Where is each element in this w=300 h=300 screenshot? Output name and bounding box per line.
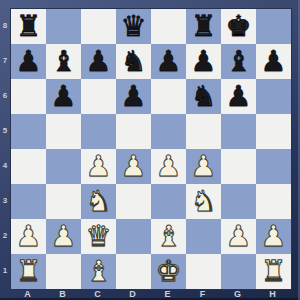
square-d6[interactable]: ♟	[116, 79, 151, 114]
file-label-c: C	[80, 287, 115, 300]
white-bishop: ♝	[156, 219, 182, 254]
square-e5[interactable]	[151, 114, 186, 149]
square-c7[interactable]: ♟	[81, 44, 116, 79]
white-pawn: ♟	[156, 149, 182, 184]
square-h3[interactable]	[256, 184, 291, 219]
square-c6[interactable]	[81, 79, 116, 114]
white-pawn: ♟	[86, 149, 112, 184]
black-knight: ♞	[121, 44, 147, 79]
white-pawn: ♟	[226, 219, 252, 254]
square-f8[interactable]: ♜	[186, 9, 221, 44]
square-c8[interactable]	[81, 9, 116, 44]
square-d2[interactable]	[116, 219, 151, 254]
square-d5[interactable]	[116, 114, 151, 149]
rank-labels: 87654321	[0, 8, 10, 288]
square-a4[interactable]	[11, 149, 46, 184]
square-a6[interactable]	[11, 79, 46, 114]
square-h7[interactable]: ♟	[256, 44, 291, 79]
white-knight: ♞	[86, 184, 112, 219]
square-f6[interactable]: ♞	[186, 79, 221, 114]
square-c4[interactable]: ♟	[81, 149, 116, 184]
black-king: ♚	[226, 9, 252, 44]
square-f2[interactable]	[186, 219, 221, 254]
rank-label-7: 7	[0, 43, 10, 78]
square-c3[interactable]: ♞	[81, 184, 116, 219]
chess-board[interactable]: ♜♛♜♚♟♝♟♞♟♟♝♟♟♟♞♟♟♟♟♟♞♞♟♟♛♝♟♟♜♝♚♜	[10, 8, 292, 290]
square-h8[interactable]	[256, 9, 291, 44]
square-h4[interactable]	[256, 149, 291, 184]
square-a3[interactable]	[11, 184, 46, 219]
rank-label-4: 4	[0, 148, 10, 183]
square-g1[interactable]	[221, 254, 256, 289]
rank-label-3: 3	[0, 183, 10, 218]
white-pawn: ♟	[16, 219, 42, 254]
square-e1[interactable]: ♚	[151, 254, 186, 289]
file-label-a: A	[10, 287, 45, 300]
square-d8[interactable]: ♛	[116, 9, 151, 44]
black-pawn: ♟	[121, 79, 147, 114]
square-d1[interactable]	[116, 254, 151, 289]
white-pawn: ♟	[121, 149, 147, 184]
square-b6[interactable]: ♟	[46, 79, 81, 114]
square-f3[interactable]: ♞	[186, 184, 221, 219]
square-e2[interactable]: ♝	[151, 219, 186, 254]
rank-label-2: 2	[0, 218, 10, 253]
file-label-f: F	[185, 287, 220, 300]
black-pawn: ♟	[226, 79, 252, 114]
square-c5[interactable]	[81, 114, 116, 149]
white-rook: ♜	[16, 254, 42, 289]
rank-label-5: 5	[0, 113, 10, 148]
square-g7[interactable]: ♝	[221, 44, 256, 79]
square-h6[interactable]	[256, 79, 291, 114]
white-king: ♚	[156, 254, 182, 289]
file-label-e: E	[150, 287, 185, 300]
square-g3[interactable]	[221, 184, 256, 219]
square-f4[interactable]: ♟	[186, 149, 221, 184]
square-d4[interactable]: ♟	[116, 149, 151, 184]
square-f5[interactable]	[186, 114, 221, 149]
black-queen: ♛	[121, 9, 147, 44]
square-e8[interactable]	[151, 9, 186, 44]
square-e3[interactable]	[151, 184, 186, 219]
square-b1[interactable]	[46, 254, 81, 289]
white-pawn: ♟	[261, 219, 287, 254]
rank-label-8: 8	[0, 8, 10, 43]
square-e7[interactable]: ♟	[151, 44, 186, 79]
square-a1[interactable]: ♜	[11, 254, 46, 289]
square-b7[interactable]: ♝	[46, 44, 81, 79]
white-bishop: ♝	[86, 254, 112, 289]
black-pawn: ♟	[261, 44, 287, 79]
square-h5[interactable]	[256, 114, 291, 149]
black-rook: ♜	[191, 9, 217, 44]
white-pawn: ♟	[191, 149, 217, 184]
black-rook: ♜	[16, 9, 42, 44]
square-a7[interactable]: ♟	[11, 44, 46, 79]
square-b4[interactable]	[46, 149, 81, 184]
square-f1[interactable]	[186, 254, 221, 289]
square-d3[interactable]	[116, 184, 151, 219]
file-labels: ABCDEFGH	[10, 287, 292, 300]
white-knight: ♞	[191, 184, 217, 219]
square-a8[interactable]: ♜	[11, 9, 46, 44]
square-e6[interactable]	[151, 79, 186, 114]
black-knight: ♞	[191, 79, 217, 114]
black-pawn: ♟	[156, 44, 182, 79]
square-c2[interactable]: ♛	[81, 219, 116, 254]
square-g6[interactable]: ♟	[221, 79, 256, 114]
black-bishop: ♝	[226, 44, 252, 79]
square-g8[interactable]: ♚	[221, 9, 256, 44]
square-e4[interactable]: ♟	[151, 149, 186, 184]
square-g4[interactable]	[221, 149, 256, 184]
square-h2[interactable]: ♟	[256, 219, 291, 254]
square-a5[interactable]	[11, 114, 46, 149]
square-h1[interactable]: ♜	[256, 254, 291, 289]
square-d7[interactable]: ♞	[116, 44, 151, 79]
white-rook: ♜	[261, 254, 287, 289]
square-b5[interactable]	[46, 114, 81, 149]
square-g2[interactable]: ♟	[221, 219, 256, 254]
black-bishop: ♝	[51, 44, 77, 79]
rank-label-1: 1	[0, 253, 10, 288]
file-label-g: G	[220, 287, 255, 300]
white-queen: ♛	[86, 219, 112, 254]
white-pawn: ♟	[51, 219, 77, 254]
square-c1[interactable]: ♝	[81, 254, 116, 289]
black-pawn: ♟	[51, 79, 77, 114]
square-f7[interactable]: ♟	[186, 44, 221, 79]
file-label-d: D	[115, 287, 150, 300]
black-pawn: ♟	[16, 44, 42, 79]
black-pawn: ♟	[86, 44, 112, 79]
square-b2[interactable]: ♟	[46, 219, 81, 254]
square-b3[interactable]	[46, 184, 81, 219]
square-g5[interactable]	[221, 114, 256, 149]
square-b8[interactable]	[46, 9, 81, 44]
rank-label-6: 6	[0, 78, 10, 113]
file-label-h: H	[255, 287, 290, 300]
black-pawn: ♟	[191, 44, 217, 79]
file-label-b: B	[45, 287, 80, 300]
chess-diagram: 87654321 ♜♛♜♚♟♝♟♞♟♟♝♟♟♟♞♟♟♟♟♟♞♞♟♟♛♝♟♟♜♝♚…	[0, 0, 300, 300]
square-a2[interactable]: ♟	[11, 219, 46, 254]
